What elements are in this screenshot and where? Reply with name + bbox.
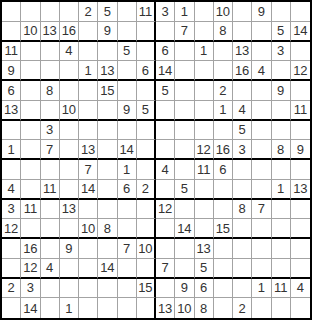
cell-r13c11-given: 13: [195, 239, 214, 259]
cell-r10c10-given: 5: [175, 180, 194, 200]
cell-r14c14-empty[interactable]: [252, 259, 271, 279]
cell-r9c15-empty[interactable]: [272, 160, 291, 180]
cell-r12c5-given: 10: [79, 219, 98, 239]
cell-r6c3-empty[interactable]: [41, 101, 60, 121]
cell-r15c3-empty[interactable]: [41, 279, 60, 299]
cell-r5c9-given: 5: [156, 81, 175, 101]
cell-r12c10-given: 14: [175, 219, 194, 239]
cell-r10c5-given: 14: [79, 180, 98, 200]
cell-r16c8-empty[interactable]: [137, 298, 156, 318]
cell-r3c16-empty[interactable]: [291, 42, 310, 62]
cell-r16c10-given: 10: [175, 298, 194, 318]
cell-r3c15-given: 3: [272, 42, 291, 62]
cell-r9c3-empty[interactable]: [41, 160, 60, 180]
cell-r10c12-empty[interactable]: [214, 180, 233, 200]
cell-r10c14-empty[interactable]: [252, 180, 271, 200]
cell-r7c13-given: 5: [233, 121, 252, 141]
cell-r13c7-given: 7: [118, 239, 137, 259]
cell-r14c16-empty[interactable]: [291, 259, 310, 279]
cell-r4c10-empty[interactable]: [175, 61, 194, 81]
cell-r3c1-given: 11: [2, 42, 21, 62]
cell-r12c11-empty[interactable]: [195, 219, 214, 239]
cell-r14c8-empty[interactable]: [137, 259, 156, 279]
cell-r11c16-empty[interactable]: [291, 200, 310, 220]
cell-r15c14-given: 1: [252, 279, 271, 299]
cell-r1c10-given: 1: [175, 2, 194, 22]
cell-r14c2-given: 12: [21, 259, 40, 279]
cell-r6c7-given: 9: [118, 101, 137, 121]
cell-r10c3-given: 11: [41, 180, 60, 200]
cell-r5c1-given: 6: [2, 81, 21, 101]
cell-r8c4-empty[interactable]: [60, 140, 79, 160]
cell-r1c16-empty[interactable]: [291, 2, 310, 22]
cell-r11c11-empty[interactable]: [195, 200, 214, 220]
cell-r15c13-empty[interactable]: [233, 279, 252, 299]
cell-r7c7-empty[interactable]: [118, 121, 137, 141]
cell-r7c9-empty[interactable]: [156, 121, 175, 141]
cell-r14c4-empty[interactable]: [60, 259, 79, 279]
cell-r11c15-empty[interactable]: [272, 200, 291, 220]
cell-r15c9-empty[interactable]: [156, 279, 175, 299]
cell-r16c1-empty[interactable]: [2, 298, 21, 318]
cell-r12c9-empty[interactable]: [156, 219, 175, 239]
cell-r2c11-empty[interactable]: [195, 22, 214, 42]
cell-r10c6-empty[interactable]: [98, 180, 117, 200]
cell-r6c4-given: 10: [60, 101, 79, 121]
cell-r12c7-empty[interactable]: [118, 219, 137, 239]
cell-r16c11-given: 8: [195, 298, 214, 318]
cell-r15c12-empty[interactable]: [214, 279, 233, 299]
cell-r12c8-empty[interactable]: [137, 219, 156, 239]
cell-r11c12-empty[interactable]: [214, 200, 233, 220]
cell-r5c8-empty[interactable]: [137, 81, 156, 101]
cell-r1c1-empty[interactable]: [2, 2, 21, 22]
cell-r1c5-given: 2: [79, 2, 98, 22]
cell-r15c1-given: 2: [2, 279, 21, 299]
cell-r6c15-empty[interactable]: [272, 101, 291, 121]
cell-r2c8-empty[interactable]: [137, 22, 156, 42]
cell-r5c11-empty[interactable]: [195, 81, 214, 101]
cell-r4c1-given: 9: [2, 61, 21, 81]
cell-r5c6-given: 15: [98, 81, 117, 101]
cell-r7c3-given: 3: [41, 121, 60, 141]
cell-r9c7-given: 1: [118, 160, 137, 180]
cell-r2c10-given: 7: [175, 22, 194, 42]
cell-r16c3-empty[interactable]: [41, 298, 60, 318]
cell-r4c11-empty[interactable]: [195, 61, 214, 81]
cell-r14c13-empty[interactable]: [233, 259, 252, 279]
cell-r13c3-empty[interactable]: [41, 239, 60, 259]
cell-r2c12-given: 8: [214, 22, 233, 42]
cell-r9c1-empty[interactable]: [2, 160, 21, 180]
cell-r6c6-empty[interactable]: [98, 101, 117, 121]
cell-r1c15-empty[interactable]: [272, 2, 291, 22]
cell-r14c7-empty[interactable]: [118, 259, 137, 279]
cell-r7c10-empty[interactable]: [175, 121, 194, 141]
cell-r10c7-given: 6: [118, 180, 137, 200]
cell-r6c13-given: 4: [233, 101, 252, 121]
cell-r4c3-empty[interactable]: [41, 61, 60, 81]
cell-r1c4-empty[interactable]: [60, 2, 79, 22]
cell-r7c8-empty[interactable]: [137, 121, 156, 141]
cell-r12c13-empty[interactable]: [233, 219, 252, 239]
cell-r1c13-empty[interactable]: [233, 2, 252, 22]
cell-r15c5-empty[interactable]: [79, 279, 98, 299]
cell-r10c4-empty[interactable]: [60, 180, 79, 200]
cell-r12c14-empty[interactable]: [252, 219, 271, 239]
cell-r6c1-given: 13: [2, 101, 21, 121]
cell-r10c8-given: 2: [137, 180, 156, 200]
cell-r4c2-empty[interactable]: [21, 61, 40, 81]
cell-r11c6-empty[interactable]: [98, 200, 117, 220]
cell-r9c6-empty[interactable]: [98, 160, 117, 180]
cell-r3c5-empty[interactable]: [79, 42, 98, 62]
cell-r8c10-empty[interactable]: [175, 140, 194, 160]
cell-r5c16-empty[interactable]: [291, 81, 310, 101]
cell-r14c9-given: 7: [156, 259, 175, 279]
cell-r5c13-empty[interactable]: [233, 81, 252, 101]
cell-r10c1-given: 4: [2, 180, 21, 200]
cell-r12c4-empty[interactable]: [60, 219, 79, 239]
cell-r14c5-empty[interactable]: [79, 259, 98, 279]
cell-r16c12-empty[interactable]: [214, 298, 233, 318]
cell-r10c16-given: 13: [291, 180, 310, 200]
cell-r8c2-empty[interactable]: [21, 140, 40, 160]
cell-r3c11-given: 1: [195, 42, 214, 62]
cell-r8c5-given: 13: [79, 140, 98, 160]
cell-r13c12-empty[interactable]: [214, 239, 233, 259]
cell-r12c2-empty[interactable]: [21, 219, 40, 239]
cell-r3c14-empty[interactable]: [252, 42, 271, 62]
cell-r1c7-empty[interactable]: [118, 2, 137, 22]
cell-r12c1-given: 12: [2, 219, 21, 239]
cell-r7c1-empty[interactable]: [2, 121, 21, 141]
cell-r9c5-given: 7: [79, 160, 98, 180]
cell-r11c5-empty[interactable]: [79, 200, 98, 220]
cell-r5c12-given: 2: [214, 81, 233, 101]
cell-r11c13-given: 8: [233, 200, 252, 220]
cell-r16c4-given: 1: [60, 298, 79, 318]
cell-r6c9-empty[interactable]: [156, 101, 175, 121]
cell-r15c7-empty[interactable]: [118, 279, 137, 299]
cell-r10c9-empty[interactable]: [156, 180, 175, 200]
cell-r5c10-empty[interactable]: [175, 81, 194, 101]
cell-r6c11-empty[interactable]: [195, 101, 214, 121]
cell-r8c3-given: 7: [41, 140, 60, 160]
cell-r6c14-empty[interactable]: [252, 101, 271, 121]
cell-r9c4-empty[interactable]: [60, 160, 79, 180]
cell-r8c9-empty[interactable]: [156, 140, 175, 160]
cell-r13c9-empty[interactable]: [156, 239, 175, 259]
cell-r14c11-given: 5: [195, 259, 214, 279]
cell-r16c6-empty[interactable]: [98, 298, 117, 318]
cell-r1c8-given: 11: [137, 2, 156, 22]
cell-r2c16-given: 14: [291, 22, 310, 42]
cell-r1c6-given: 5: [98, 2, 117, 22]
cell-r15c8-given: 15: [137, 279, 156, 299]
cell-r11c8-empty[interactable]: [137, 200, 156, 220]
cell-r7c4-empty[interactable]: [60, 121, 79, 141]
cell-r10c11-empty[interactable]: [195, 180, 214, 200]
cell-r8c15-given: 8: [272, 140, 291, 160]
cell-r11c4-given: 13: [60, 200, 79, 220]
cell-r4c8-given: 6: [137, 61, 156, 81]
cell-r3c6-empty[interactable]: [98, 42, 117, 62]
cell-r4c6-given: 13: [98, 61, 117, 81]
cell-r16c13-given: 2: [233, 298, 252, 318]
cell-r13c5-empty[interactable]: [79, 239, 98, 259]
sudoku-board: 2511311091013169785141145611339113614164…: [0, 0, 312, 320]
cell-r6c2-empty[interactable]: [21, 101, 40, 121]
cell-r13c4-given: 9: [60, 239, 79, 259]
cell-r3c2-empty[interactable]: [21, 42, 40, 62]
cell-r13c2-given: 16: [21, 239, 40, 259]
cell-r3c13-given: 13: [233, 42, 252, 62]
cell-r3c4-given: 4: [60, 42, 79, 62]
cell-r13c14-empty[interactable]: [252, 239, 271, 259]
cell-r16c2-given: 14: [21, 298, 40, 318]
cell-r11c7-empty[interactable]: [118, 200, 137, 220]
cell-r15c15-given: 11: [272, 279, 291, 299]
cell-r16c7-empty[interactable]: [118, 298, 137, 318]
cell-r4c4-empty[interactable]: [60, 61, 79, 81]
cell-r15c16-given: 4: [291, 279, 310, 299]
cell-r8c13-given: 3: [233, 140, 252, 160]
cell-r8c6-empty[interactable]: [98, 140, 117, 160]
cell-r5c7-empty[interactable]: [118, 81, 137, 101]
cell-r7c15-empty[interactable]: [272, 121, 291, 141]
cell-r2c7-empty[interactable]: [118, 22, 137, 42]
cell-r10c13-empty[interactable]: [233, 180, 252, 200]
cell-r16c16-empty[interactable]: [291, 298, 310, 318]
cell-r5c15-given: 9: [272, 81, 291, 101]
cell-r3c10-empty[interactable]: [175, 42, 194, 62]
cell-r7c5-empty[interactable]: [79, 121, 98, 141]
cell-r9c9-given: 4: [156, 160, 175, 180]
cell-r13c10-empty[interactable]: [175, 239, 194, 259]
cell-r11c3-empty[interactable]: [41, 200, 60, 220]
cell-r9c16-empty[interactable]: [291, 160, 310, 180]
cell-r2c6-given: 9: [98, 22, 117, 42]
cell-r13c13-empty[interactable]: [233, 239, 252, 259]
cell-r11c2-given: 11: [21, 200, 40, 220]
cell-r4c13-given: 16: [233, 61, 252, 81]
cell-r15c6-empty[interactable]: [98, 279, 117, 299]
cell-r2c9-empty[interactable]: [156, 22, 175, 42]
cell-r2c4-given: 16: [60, 22, 79, 42]
cell-r4c7-empty[interactable]: [118, 61, 137, 81]
cell-r11c9-given: 12: [156, 200, 175, 220]
cell-r14c1-empty[interactable]: [2, 259, 21, 279]
cell-r7c2-empty[interactable]: [21, 121, 40, 141]
cell-r13c15-empty[interactable]: [272, 239, 291, 259]
cell-r9c14-empty[interactable]: [252, 160, 271, 180]
cell-r11c1-given: 3: [2, 200, 21, 220]
cell-r15c10-given: 9: [175, 279, 194, 299]
cell-r11c14-given: 7: [252, 200, 271, 220]
cell-r14c15-empty[interactable]: [272, 259, 291, 279]
cell-r5c14-empty[interactable]: [252, 81, 271, 101]
cell-r16c5-empty[interactable]: [79, 298, 98, 318]
cell-r6c10-empty[interactable]: [175, 101, 194, 121]
cell-r3c9-given: 6: [156, 42, 175, 62]
cell-r15c11-given: 6: [195, 279, 214, 299]
cell-r3c8-empty[interactable]: [137, 42, 156, 62]
cell-r10c2-empty[interactable]: [21, 180, 40, 200]
cell-r14c6-given: 14: [98, 259, 117, 279]
cell-r2c15-given: 5: [272, 22, 291, 42]
cell-r12c3-empty[interactable]: [41, 219, 60, 239]
cell-r5c3-given: 8: [41, 81, 60, 101]
cell-r13c6-empty[interactable]: [98, 239, 117, 259]
cell-r4c15-empty[interactable]: [272, 61, 291, 81]
cell-r1c12-given: 10: [214, 2, 233, 22]
cell-r3c12-empty[interactable]: [214, 42, 233, 62]
cell-r4c9-given: 14: [156, 61, 175, 81]
cell-r9c11-given: 11: [195, 160, 214, 180]
cell-r16c15-empty[interactable]: [272, 298, 291, 318]
cell-r13c1-empty[interactable]: [2, 239, 21, 259]
cell-r12c12-given: 15: [214, 219, 233, 239]
cell-r4c12-empty[interactable]: [214, 61, 233, 81]
cell-r8c11-given: 12: [195, 140, 214, 160]
cell-r2c3-given: 13: [41, 22, 60, 42]
cell-r9c12-given: 6: [214, 160, 233, 180]
cell-r5c5-empty[interactable]: [79, 81, 98, 101]
cell-r4c5-given: 1: [79, 61, 98, 81]
cell-r7c16-empty[interactable]: [291, 121, 310, 141]
cell-r14c3-given: 4: [41, 259, 60, 279]
cell-r3c7-given: 5: [118, 42, 137, 62]
cell-r7c12-empty[interactable]: [214, 121, 233, 141]
cell-r4c14-given: 4: [252, 61, 271, 81]
cell-r1c3-empty[interactable]: [41, 2, 60, 22]
cell-r6c8-given: 5: [137, 101, 156, 121]
cell-r16c9-given: 13: [156, 298, 175, 318]
cell-r8c8-empty[interactable]: [137, 140, 156, 160]
cell-r6c12-given: 1: [214, 101, 233, 121]
cell-r4c16-given: 12: [291, 61, 310, 81]
cell-r3c3-empty[interactable]: [41, 42, 60, 62]
cell-r1c2-empty[interactable]: [21, 2, 40, 22]
cell-r9c2-empty[interactable]: [21, 160, 40, 180]
cell-r9c8-empty[interactable]: [137, 160, 156, 180]
cell-r14c10-empty[interactable]: [175, 259, 194, 279]
cell-r5c4-empty[interactable]: [60, 81, 79, 101]
cell-r16c14-empty[interactable]: [252, 298, 271, 318]
cell-r8c12-given: 16: [214, 140, 233, 160]
cell-r5c2-empty[interactable]: [21, 81, 40, 101]
cell-r8c16-given: 9: [291, 140, 310, 160]
cell-r1c9-given: 3: [156, 2, 175, 22]
cell-r13c16-empty[interactable]: [291, 239, 310, 259]
cell-r13c8-given: 10: [137, 239, 156, 259]
cell-r10c15-given: 1: [272, 180, 291, 200]
cell-r9c10-empty[interactable]: [175, 160, 194, 180]
cell-r2c5-empty[interactable]: [79, 22, 98, 42]
cell-r12c6-given: 8: [98, 219, 117, 239]
cell-r2c13-empty[interactable]: [233, 22, 252, 42]
cell-r2c1-empty[interactable]: [2, 22, 21, 42]
cell-r2c2-given: 10: [21, 22, 40, 42]
cell-r14c12-empty[interactable]: [214, 259, 233, 279]
cell-r9c13-empty[interactable]: [233, 160, 252, 180]
cell-r8c1-given: 1: [2, 140, 21, 160]
cell-r1c14-given: 9: [252, 2, 271, 22]
cell-r6c16-given: 11: [291, 101, 310, 121]
cell-r11c10-empty[interactable]: [175, 200, 194, 220]
cell-r8c7-given: 14: [118, 140, 137, 160]
cell-r7c14-empty[interactable]: [252, 121, 271, 141]
cell-r8c14-empty[interactable]: [252, 140, 271, 160]
cell-r7c6-empty[interactable]: [98, 121, 117, 141]
cell-r6c5-empty[interactable]: [79, 101, 98, 121]
cell-r7c11-empty[interactable]: [195, 121, 214, 141]
cell-r12c15-empty[interactable]: [272, 219, 291, 239]
cell-r2c14-empty[interactable]: [252, 22, 271, 42]
cell-r15c4-empty[interactable]: [60, 279, 79, 299]
cell-r15c2-given: 3: [21, 279, 40, 299]
cell-r1c11-empty[interactable]: [195, 2, 214, 22]
cell-r12c16-empty[interactable]: [291, 219, 310, 239]
